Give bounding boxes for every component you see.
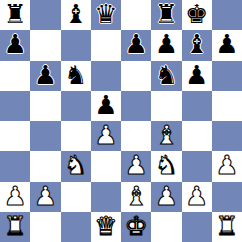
square-h2[interactable]: [212, 182, 242, 212]
square-b6[interactable]: ♟: [30, 61, 60, 91]
piece-black-pawn[interactable]: ♟: [94, 92, 117, 118]
square-f8[interactable]: ♜: [151, 0, 181, 30]
piece-black-knight[interactable]: ♞: [64, 62, 87, 88]
square-a1[interactable]: ♜: [0, 212, 30, 242]
square-e5[interactable]: [121, 91, 151, 121]
square-h6[interactable]: [212, 61, 242, 91]
square-c7[interactable]: [61, 30, 91, 60]
square-c5[interactable]: [61, 91, 91, 121]
square-f1[interactable]: [151, 212, 181, 242]
square-h1[interactable]: ♜: [212, 212, 242, 242]
square-a5[interactable]: [0, 91, 30, 121]
square-g1[interactable]: [182, 212, 212, 242]
square-e2[interactable]: ♝: [121, 182, 151, 212]
piece-white-knight[interactable]: ♞: [64, 152, 87, 178]
square-b7[interactable]: [30, 30, 60, 60]
square-f2[interactable]: ♟: [151, 182, 181, 212]
square-g4[interactable]: [182, 121, 212, 151]
square-d5[interactable]: ♟: [91, 91, 121, 121]
square-a7[interactable]: ♟: [0, 30, 30, 60]
piece-white-knight[interactable]: ♞: [155, 152, 178, 178]
square-c6[interactable]: ♞: [61, 61, 91, 91]
square-f6[interactable]: ♞: [151, 61, 181, 91]
piece-white-pawn[interactable]: ♟: [34, 183, 57, 209]
piece-black-pawn[interactable]: ♟: [185, 62, 208, 88]
square-d6[interactable]: [91, 61, 121, 91]
square-b4[interactable]: [30, 121, 60, 151]
square-a2[interactable]: ♟: [0, 182, 30, 212]
square-g2[interactable]: ♟: [182, 182, 212, 212]
piece-black-pawn[interactable]: ♟: [215, 31, 238, 57]
square-g6[interactable]: ♟: [182, 61, 212, 91]
piece-white-bishop[interactable]: ♝: [155, 122, 178, 148]
square-e6[interactable]: [121, 61, 151, 91]
square-f4[interactable]: ♝: [151, 121, 181, 151]
square-d1[interactable]: ♛: [91, 212, 121, 242]
piece-white-pawn[interactable]: ♟: [94, 122, 117, 148]
square-e8[interactable]: [121, 0, 151, 30]
piece-white-king[interactable]: ♚: [124, 213, 147, 239]
square-e7[interactable]: ♟: [121, 30, 151, 60]
piece-black-pawn[interactable]: ♟: [3, 31, 26, 57]
square-c3[interactable]: ♞: [61, 151, 91, 181]
piece-white-bishop[interactable]: ♝: [124, 183, 147, 209]
square-f7[interactable]: ♟: [151, 30, 181, 60]
square-c4[interactable]: [61, 121, 91, 151]
square-f5[interactable]: [151, 91, 181, 121]
piece-black-bishop[interactable]: ♝: [185, 31, 208, 57]
piece-black-queen[interactable]: ♛: [94, 1, 117, 27]
piece-black-knight[interactable]: ♞: [155, 62, 178, 88]
square-c2[interactable]: [61, 182, 91, 212]
square-a6[interactable]: [0, 61, 30, 91]
square-g8[interactable]: ♚: [182, 0, 212, 30]
piece-black-bishop[interactable]: ♝: [64, 1, 87, 27]
square-a3[interactable]: [0, 151, 30, 181]
piece-black-pawn[interactable]: ♟: [124, 31, 147, 57]
square-h3[interactable]: ♟: [212, 151, 242, 181]
square-h8[interactable]: [212, 0, 242, 30]
square-g5[interactable]: [182, 91, 212, 121]
piece-white-rook[interactable]: ♜: [215, 213, 238, 239]
piece-white-pawn[interactable]: ♟: [155, 183, 178, 209]
square-a8[interactable]: ♜: [0, 0, 30, 30]
piece-white-pawn[interactable]: ♟: [185, 183, 208, 209]
square-d4[interactable]: ♟: [91, 121, 121, 151]
square-c8[interactable]: ♝: [61, 0, 91, 30]
square-b2[interactable]: ♟: [30, 182, 60, 212]
square-d2[interactable]: [91, 182, 121, 212]
square-e4[interactable]: [121, 121, 151, 151]
square-d8[interactable]: ♛: [91, 0, 121, 30]
piece-white-pawn[interactable]: ♟: [215, 152, 238, 178]
square-b8[interactable]: [30, 0, 60, 30]
piece-white-queen[interactable]: ♛: [94, 213, 117, 239]
square-d3[interactable]: [91, 151, 121, 181]
square-g7[interactable]: ♝: [182, 30, 212, 60]
square-c1[interactable]: [61, 212, 91, 242]
square-h7[interactable]: ♟: [212, 30, 242, 60]
piece-white-rook[interactable]: ♜: [3, 213, 26, 239]
square-b1[interactable]: [30, 212, 60, 242]
square-g3[interactable]: [182, 151, 212, 181]
piece-black-rook[interactable]: ♜: [155, 1, 178, 27]
square-h5[interactable]: [212, 91, 242, 121]
piece-black-pawn[interactable]: ♟: [155, 31, 178, 57]
square-b5[interactable]: [30, 91, 60, 121]
square-f3[interactable]: ♞: [151, 151, 181, 181]
piece-black-pawn[interactable]: ♟: [34, 62, 57, 88]
piece-white-pawn[interactable]: ♟: [3, 183, 26, 209]
square-e3[interactable]: ♟: [121, 151, 151, 181]
square-h4[interactable]: [212, 121, 242, 151]
piece-white-pawn[interactable]: ♟: [124, 152, 147, 178]
piece-black-rook[interactable]: ♜: [3, 1, 26, 27]
piece-black-king[interactable]: ♚: [185, 1, 208, 27]
chess-board: ♜♝♛♜♚♟♟♟♝♟♟♞♞♟♟♟♝♞♟♞♟♟♟♝♟♟♜♛♚♜: [0, 0, 242, 242]
square-a4[interactable]: [0, 121, 30, 151]
square-e1[interactable]: ♚: [121, 212, 151, 242]
square-d7[interactable]: [91, 30, 121, 60]
square-b3[interactable]: [30, 151, 60, 181]
